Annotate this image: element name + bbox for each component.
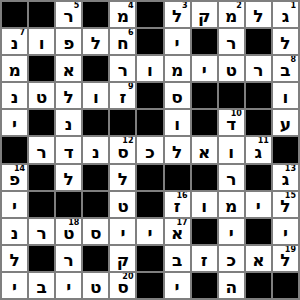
cell-r9c9[interactable]: א: [245, 245, 272, 272]
cell-r1c6[interactable]: י: [164, 28, 191, 55]
cell-r4c8[interactable]: 10ד: [218, 109, 245, 136]
cell-r5c1[interactable]: ר: [28, 136, 55, 163]
cell-r5c6[interactable]: ל: [164, 136, 191, 163]
cell-r3c4[interactable]: 9ז: [109, 82, 136, 109]
cell-r7c9[interactable]: י: [245, 191, 272, 218]
black-cell-r4c4: [109, 109, 136, 136]
cell-letter: ר: [226, 171, 236, 190]
cell-r1c10[interactable]: ל: [272, 28, 299, 55]
cell-letter: ר: [118, 62, 128, 81]
cell-r0c6[interactable]: 3ל: [164, 1, 191, 28]
cell-r3c3[interactable]: ו: [82, 82, 109, 109]
cell-letter: י: [175, 35, 180, 54]
cell-letter: נ: [11, 35, 19, 54]
cell-r2c9[interactable]: ר: [245, 55, 272, 82]
cell-letter: ג: [282, 171, 290, 190]
cell-r1c3[interactable]: ל: [82, 28, 109, 55]
cell-r9c4[interactable]: ק: [109, 245, 136, 272]
black-cell-r3c8: [218, 82, 245, 109]
cell-letter: ר: [64, 8, 74, 27]
cell-letter: ס: [117, 144, 129, 163]
clue-number-16: 16: [176, 192, 187, 201]
cell-r5c8[interactable]: ו: [218, 136, 245, 163]
black-cell-r10c10: [272, 272, 299, 299]
clue-number-19: 19: [285, 246, 296, 255]
cell-letter: י: [256, 198, 261, 217]
black-cell-r5c10: [272, 136, 299, 163]
cell-r9c6[interactable]: ב: [164, 245, 191, 272]
clue-number-17: 17: [176, 219, 187, 228]
black-cell-r2c3: [82, 55, 109, 82]
cell-letter: ר: [37, 225, 47, 244]
cell-letter: נ: [65, 116, 73, 135]
cell-r5c5[interactable]: כ: [136, 136, 163, 163]
black-cell-r3c7: [191, 82, 218, 109]
cell-letter: א: [198, 144, 210, 163]
cell-r10c4[interactable]: 20ס: [109, 272, 136, 299]
clue-number-1: 1: [290, 2, 296, 11]
cell-letter: י: [12, 116, 17, 135]
cell-letter: י: [147, 225, 152, 244]
cell-letter: ז: [201, 252, 208, 271]
cell-r4c6[interactable]: ו: [164, 109, 191, 136]
crossword-grid: 5ר4מ3לק2מל1ג7נופל6חירלמארומיטר8בנטלו9זסו…: [0, 0, 300, 300]
cell-letter: י: [12, 279, 17, 298]
cell-r1c0[interactable]: 7נ: [1, 28, 28, 55]
cell-r8c2[interactable]: 18ט: [55, 218, 82, 245]
black-cell-r7c2: [55, 191, 82, 218]
black-cell-r1c9: [245, 28, 272, 55]
cell-r2c10[interactable]: 8ב: [272, 55, 299, 82]
black-cell-r3c5: [136, 82, 163, 109]
black-cell-r0c0: [1, 1, 28, 28]
cell-letter: ו: [39, 35, 45, 54]
cell-letter: ז: [174, 198, 181, 217]
clue-number-9: 9: [128, 83, 134, 92]
black-cell-r1c7: [191, 28, 218, 55]
cell-r6c4[interactable]: ל: [109, 164, 136, 191]
cell-r10c3[interactable]: ט: [82, 272, 109, 299]
cell-letter: ל: [280, 35, 290, 54]
cell-letter: י: [202, 62, 207, 81]
cell-letter: ו: [93, 89, 99, 108]
black-cell-r4c9: [245, 109, 272, 136]
cell-r3c6[interactable]: ס: [164, 82, 191, 109]
cell-r3c0[interactable]: נ: [1, 82, 28, 109]
cell-r2c8[interactable]: ט: [218, 55, 245, 82]
cell-r7c0[interactable]: י: [1, 191, 28, 218]
cell-r9c7[interactable]: ז: [191, 245, 218, 272]
cell-letter: ל: [9, 252, 19, 271]
cell-letter: כ: [226, 252, 236, 271]
black-cell-r6c7: [191, 164, 218, 191]
cell-r10c1[interactable]: ב: [28, 272, 55, 299]
cell-r2c5[interactable]: ו: [136, 55, 163, 82]
cell-r8c1[interactable]: ר: [28, 218, 55, 245]
cell-letter: ו: [174, 116, 180, 135]
clue-number-5: 5: [74, 2, 80, 11]
cell-r2c7[interactable]: י: [191, 55, 218, 82]
cell-letter: ו: [147, 62, 153, 81]
cell-letter: פ: [9, 171, 20, 190]
cell-letter: ג: [282, 8, 290, 27]
black-cell-r6c1: [28, 164, 55, 191]
cell-r1c2[interactable]: פ: [55, 28, 82, 55]
cell-letter: א: [171, 225, 183, 244]
cell-letter: פ: [63, 35, 74, 54]
clue-number-14: 14: [14, 165, 25, 174]
cell-r0c9[interactable]: ל: [245, 1, 272, 28]
cell-r1c1[interactable]: ו: [28, 28, 55, 55]
cell-letter: ט: [117, 198, 129, 217]
black-cell-r1c5: [136, 28, 163, 55]
clue-number-20: 20: [122, 273, 133, 282]
clue-number-7: 7: [20, 29, 26, 38]
black-cell-r4c5: [136, 109, 163, 136]
cell-letter: ב: [172, 252, 182, 271]
black-cell-r2c1: [28, 55, 55, 82]
black-cell-r6c6: [164, 164, 191, 191]
cell-r2c2[interactable]: א: [55, 55, 82, 82]
cell-letter: י: [66, 279, 71, 298]
cell-letter: י: [229, 225, 234, 244]
black-cell-r8c7: [191, 218, 218, 245]
cell-r1c8[interactable]: ר: [218, 28, 245, 55]
cell-letter: מ: [117, 8, 129, 27]
black-cell-r0c1: [28, 1, 55, 28]
cell-r7c4[interactable]: ט: [109, 191, 136, 218]
cell-letter: ט: [63, 225, 75, 244]
cell-letter: ב: [280, 62, 290, 81]
clue-number-11: 11: [258, 137, 269, 146]
clue-number-18: 18: [68, 219, 79, 228]
clue-number-8: 8: [290, 56, 296, 65]
cell-letter: נ: [92, 144, 100, 163]
cell-letter: י: [175, 279, 180, 298]
black-cell-r10c9: [245, 272, 272, 299]
cell-letter: ר: [37, 144, 47, 163]
cell-letter: ל: [64, 89, 74, 108]
black-cell-r9c3: [82, 245, 109, 272]
cell-r0c7[interactable]: ק: [191, 1, 218, 28]
black-cell-r0c3: [82, 1, 109, 28]
black-cell-r6c9: [245, 164, 272, 191]
cell-letter: נ: [11, 225, 19, 244]
black-cell-r6c3: [82, 164, 109, 191]
cell-r5c4[interactable]: 12ס: [109, 136, 136, 163]
cell-letter: מ: [225, 198, 237, 217]
black-cell-r6c5: [136, 164, 163, 191]
cell-letter: ל: [280, 198, 290, 217]
clue-number-10: 10: [231, 110, 242, 119]
black-cell-r3c9: [245, 82, 272, 109]
cell-letter: ק: [198, 8, 211, 27]
black-cell-r4c1: [28, 109, 55, 136]
cell-letter: א: [252, 252, 264, 271]
cell-r3c10[interactable]: ו: [272, 82, 299, 109]
cell-letter: י: [12, 198, 17, 217]
cell-r4c0[interactable]: י: [1, 109, 28, 136]
black-cell-r7c1: [28, 191, 55, 218]
black-cell-r10c7: [191, 272, 218, 299]
cell-r4c10[interactable]: ע: [272, 109, 299, 136]
cell-r8c0[interactable]: נ: [1, 218, 28, 245]
cell-letter: ל: [280, 252, 290, 271]
cell-letter: ע: [280, 116, 291, 135]
black-cell-r10c5: [136, 272, 163, 299]
cell-letter: ק: [117, 252, 130, 271]
cell-letter: ד: [64, 144, 74, 163]
cell-r6c10[interactable]: 13ג: [272, 164, 299, 191]
black-cell-r0c5: [136, 1, 163, 28]
cell-letter: מ: [8, 62, 20, 81]
cell-letter: ר: [226, 35, 236, 54]
cell-r1c4[interactable]: 6ח: [109, 28, 136, 55]
black-cell-r7c5: [136, 191, 163, 218]
cell-r5c7[interactable]: א: [191, 136, 218, 163]
cell-letter: ה: [225, 279, 237, 298]
cell-r8c8[interactable]: י: [218, 218, 245, 245]
cell-letter: ל: [172, 144, 182, 163]
cell-r2c6[interactable]: מ: [164, 55, 191, 82]
cell-r5c9[interactable]: 11ג: [245, 136, 272, 163]
cell-r5c3[interactable]: נ: [82, 136, 109, 163]
cell-letter: כ: [145, 144, 155, 163]
black-cell-r4c3: [82, 109, 109, 136]
cell-r7c6[interactable]: 16ז: [164, 191, 191, 218]
cell-r3c2[interactable]: ל: [55, 82, 82, 109]
cell-letter: ח: [117, 35, 129, 54]
cell-r8c6[interactable]: 17א: [164, 218, 191, 245]
black-cell-r8c9: [245, 218, 272, 245]
cell-letter: ט: [36, 89, 48, 108]
cell-r2c0[interactable]: מ: [1, 55, 28, 82]
cell-letter: ל: [172, 8, 182, 27]
cell-letter: ו: [283, 89, 289, 108]
cell-r7c10[interactable]: 15ל: [272, 191, 299, 218]
clue-number-4: 4: [128, 2, 134, 11]
black-cell-r5c0: [1, 136, 28, 163]
cell-r10c0[interactable]: י: [1, 272, 28, 299]
cell-letter: מ: [171, 62, 183, 81]
clue-number-6: 6: [128, 29, 134, 38]
cell-letter: ט: [90, 279, 102, 298]
cell-letter: ג: [255, 144, 263, 163]
cell-letter: ו: [228, 144, 234, 163]
cell-r9c0[interactable]: ל: [1, 245, 28, 272]
cell-r8c3[interactable]: ס: [82, 218, 109, 245]
cell-letter: ס: [117, 279, 129, 298]
cell-letter: מ: [225, 8, 237, 27]
cell-letter: נ: [11, 89, 19, 108]
cell-r0c10[interactable]: 1ג: [272, 1, 299, 28]
cell-letter: ל: [64, 171, 74, 190]
black-cell-r9c5: [136, 245, 163, 272]
cell-letter: ר: [253, 62, 263, 81]
cell-r10c6[interactable]: י: [164, 272, 191, 299]
cell-letter: ס: [171, 89, 183, 108]
cell-r8c10[interactable]: י: [272, 218, 299, 245]
cell-r6c2[interactable]: ל: [55, 164, 82, 191]
clue-number-12: 12: [122, 137, 133, 146]
cell-r7c7[interactable]: ו: [191, 191, 218, 218]
cell-r4c2[interactable]: נ: [55, 109, 82, 136]
cell-r0c4[interactable]: 4מ: [109, 1, 136, 28]
cell-letter: ו: [201, 198, 207, 217]
black-cell-r4c7: [191, 109, 218, 136]
cell-letter: ז: [120, 89, 127, 108]
black-cell-r7c3: [82, 191, 109, 218]
cell-r8c5[interactable]: י: [136, 218, 163, 245]
cell-letter: ט: [225, 62, 237, 81]
cell-r10c2[interactable]: י: [55, 272, 82, 299]
cell-letter: ל: [118, 171, 128, 190]
cell-r6c0[interactable]: 14פ: [1, 164, 28, 191]
clue-number-2: 2: [236, 2, 242, 11]
cell-r0c8[interactable]: 2מ: [218, 1, 245, 28]
cell-letter: ל: [253, 8, 263, 27]
cell-r3c1[interactable]: ט: [28, 82, 55, 109]
cell-letter: י: [283, 225, 288, 244]
cell-letter: ס: [90, 225, 102, 244]
cell-r6c8[interactable]: ר: [218, 164, 245, 191]
black-cell-r9c1: [28, 245, 55, 272]
cell-r9c10[interactable]: 19ל: [272, 245, 299, 272]
cell-r2c4[interactable]: ר: [109, 55, 136, 82]
cell-r0c2[interactable]: 5ר: [55, 1, 82, 28]
cell-r7c8[interactable]: מ: [218, 191, 245, 218]
cell-r10c8[interactable]: ה: [218, 272, 245, 299]
cell-letter: ל: [91, 35, 101, 54]
cell-letter: י: [120, 225, 125, 244]
cell-r9c2[interactable]: ר: [55, 245, 82, 272]
clue-number-13: 13: [285, 165, 296, 174]
cell-letter: ב: [36, 279, 46, 298]
cell-letter: א: [63, 62, 75, 81]
cell-r9c8[interactable]: כ: [218, 245, 245, 272]
cell-letter: ר: [64, 252, 74, 271]
cell-r8c4[interactable]: י: [109, 218, 136, 245]
cell-r5c2[interactable]: ד: [55, 136, 82, 163]
clue-number-15: 15: [285, 192, 296, 201]
cell-letter: ד: [226, 116, 236, 135]
clue-number-3: 3: [182, 2, 188, 11]
